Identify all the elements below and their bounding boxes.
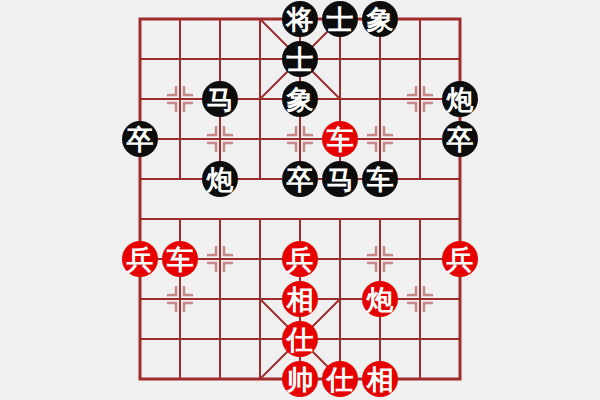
piece-black-elephant-1[interactable]: 象 — [362, 1, 398, 37]
piece-red-elephant-2[interactable]: 相 — [362, 361, 398, 397]
piece-red-pawn-2[interactable]: 兵 — [282, 241, 318, 277]
piece-red-general[interactable]: 帅 — [282, 361, 318, 397]
piece-black-chariot[interactable]: 车 — [362, 161, 398, 197]
piece-black-cannon-2[interactable]: 炮 — [202, 161, 238, 197]
xiangqi-app-background: 将士象士马象炮卒卒炮卒马车车兵车兵兵相炮仕帅仕相 — [0, 0, 600, 400]
piece-red-chariot-2[interactable]: 车 — [162, 241, 198, 277]
piece-black-pawn-3[interactable]: 卒 — [282, 161, 318, 197]
piece-red-advisor-2[interactable]: 仕 — [322, 361, 358, 397]
piece-black-pawn-1[interactable]: 卒 — [122, 121, 158, 157]
piece-red-pawn-1[interactable]: 兵 — [122, 241, 158, 277]
piece-black-advisor-2[interactable]: 士 — [282, 41, 318, 77]
piece-black-elephant-2[interactable]: 象 — [282, 81, 318, 117]
xiangqi-board: 将士象士马象炮卒卒炮卒马车车兵车兵兵相炮仕帅仕相 — [120, 0, 480, 399]
piece-black-general[interactable]: 将 — [282, 1, 318, 37]
piece-black-horse-2[interactable]: 马 — [322, 161, 358, 197]
piece-red-elephant-1[interactable]: 相 — [282, 281, 318, 317]
piece-red-advisor-1[interactable]: 仕 — [282, 321, 318, 357]
piece-black-advisor-1[interactable]: 士 — [322, 1, 358, 37]
piece-black-horse-1[interactable]: 马 — [202, 81, 238, 117]
piece-red-cannon[interactable]: 炮 — [362, 281, 398, 317]
piece-red-chariot-1[interactable]: 车 — [322, 121, 358, 157]
piece-black-cannon-1[interactable]: 炮 — [442, 81, 478, 117]
piece-black-pawn-2[interactable]: 卒 — [442, 121, 478, 157]
piece-red-pawn-3[interactable]: 兵 — [442, 241, 478, 277]
screen: { "game": "xiangqi", "board": { "files":… — [0, 0, 600, 400]
